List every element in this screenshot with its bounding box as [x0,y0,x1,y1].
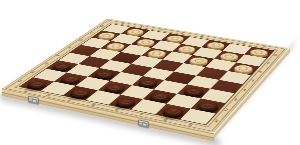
board-3d-wrapper: abcdefgh abcdefgh 87654321 87654321 [2,19,289,133]
photo-scene: abcdefgh abcdefgh 87654321 87654321 [0,0,300,145]
checkers-board: abcdefgh abcdefgh 87654321 87654321 [2,19,289,133]
